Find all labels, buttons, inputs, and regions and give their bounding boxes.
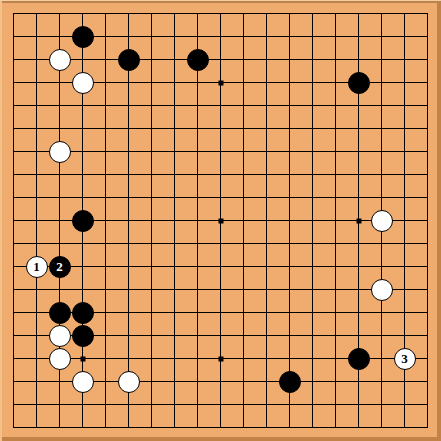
stone-white <box>118 371 140 393</box>
stone-white <box>72 371 94 393</box>
stone-white <box>72 72 94 94</box>
go-board: 213 <box>0 0 441 441</box>
star-point <box>356 218 361 223</box>
star-point <box>218 80 223 85</box>
stone-black <box>72 26 94 48</box>
stone-black <box>348 72 370 94</box>
move-3-stone-white: 3 <box>394 348 416 370</box>
stone-white <box>49 325 71 347</box>
stone-black <box>279 371 301 393</box>
stone-black <box>72 210 94 232</box>
stone-white <box>49 348 71 370</box>
stone-black <box>72 302 94 324</box>
stone-black <box>187 49 209 71</box>
stone-white <box>49 49 71 71</box>
star-point <box>218 356 223 361</box>
stone-black <box>118 49 140 71</box>
stone-black <box>348 348 370 370</box>
move-2-stone-black: 2 <box>49 256 71 278</box>
star-point <box>218 218 223 223</box>
move-1-stone-white: 1 <box>26 256 48 278</box>
stone-white <box>49 141 71 163</box>
stone-black <box>49 302 71 324</box>
stone-white <box>371 210 393 232</box>
star-point <box>80 356 85 361</box>
stone-black <box>72 325 94 347</box>
stone-white <box>371 279 393 301</box>
